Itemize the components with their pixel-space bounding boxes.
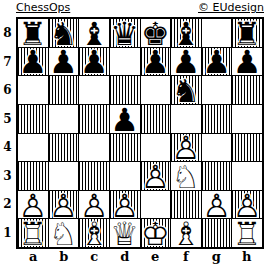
- white-queen: ♛♕: [110, 219, 140, 247]
- square-g8[interactable]: [202, 19, 232, 47]
- square-g5[interactable]: [202, 105, 232, 133]
- file-label-g: g: [201, 250, 232, 264]
- black-rook: ♜: [18, 19, 48, 47]
- white-pawn-fill: ♟: [232, 192, 262, 220]
- file-label-f: f: [171, 250, 202, 264]
- black-pawn: ♟: [79, 48, 109, 76]
- black-pawn-icon: ♟: [49, 49, 79, 77]
- square-a3[interactable]: [18, 162, 48, 190]
- rank-label-3: 3: [0, 162, 15, 191]
- square-g6[interactable]: [202, 76, 232, 104]
- square-f5[interactable]: [171, 105, 201, 133]
- square-f3[interactable]: ♞♘: [171, 162, 201, 190]
- square-h7[interactable]: ♟: [232, 48, 262, 76]
- file-label-b: b: [49, 250, 80, 264]
- white-rook-icon: ♖: [18, 220, 48, 248]
- white-pawn: ♟♙: [18, 191, 48, 219]
- white-rook-fill: ♜: [18, 220, 48, 248]
- rank-label-6: 6: [0, 76, 15, 105]
- square-f1[interactable]: ♝♗: [171, 219, 201, 247]
- square-e2[interactable]: [141, 191, 171, 219]
- white-bishop-icon: ♗: [171, 220, 201, 248]
- square-a5[interactable]: [18, 105, 48, 133]
- white-queen-icon: ♕: [110, 220, 140, 248]
- white-pawn: ♟♙: [202, 191, 232, 219]
- square-h2[interactable]: ♟♙: [232, 191, 262, 219]
- rank-label-7: 7: [0, 48, 15, 77]
- square-g4[interactable]: [202, 134, 232, 162]
- square-c1[interactable]: ♝♗: [79, 219, 109, 247]
- white-pawn: ♟♙: [232, 191, 262, 219]
- white-knight: ♞♘: [171, 162, 201, 190]
- square-a4[interactable]: [18, 134, 48, 162]
- square-f2[interactable]: [171, 191, 201, 219]
- square-h1[interactable]: ♜♖: [232, 219, 262, 247]
- square-b7[interactable]: ♟: [49, 48, 79, 76]
- white-bishop-fill: ♝: [171, 220, 201, 248]
- white-pawn-icon: ♙: [141, 163, 171, 191]
- square-b4[interactable]: [49, 134, 79, 162]
- black-bishop: ♝: [79, 19, 109, 47]
- white-pawn: ♟♙: [79, 191, 109, 219]
- black-queen-icon: ♛: [110, 20, 140, 48]
- square-a6[interactable]: [18, 76, 48, 104]
- white-bishop-icon: ♗: [79, 220, 109, 248]
- white-pawn: ♟♙: [141, 162, 171, 190]
- black-knight: ♞: [171, 76, 201, 104]
- square-a7[interactable]: ♟: [18, 48, 48, 76]
- rank-label-2: 2: [0, 190, 15, 219]
- black-knight-icon: ♞: [171, 77, 201, 105]
- square-f4[interactable]: ♟♙: [171, 134, 201, 162]
- chess-board: ♜♞♝♛♚♝♜♟♟♟♟♟♟♟♞♟♟♙♟♙♞♘♟♙♟♙♟♙♟♙♟♙♟♙♜♖♞♘♝♗…: [18, 19, 262, 247]
- black-pawn-icon: ♟: [141, 49, 171, 77]
- square-g3[interactable]: [202, 162, 232, 190]
- square-e6[interactable]: [141, 76, 171, 104]
- square-c7[interactable]: ♟: [79, 48, 109, 76]
- black-pawn: ♟: [232, 48, 262, 76]
- white-rook-icon: ♖: [232, 220, 262, 248]
- black-pawn-icon: ♟: [79, 49, 109, 77]
- black-bishop-icon: ♝: [171, 20, 201, 48]
- file-label-a: a: [18, 250, 49, 264]
- black-pawn: ♟: [141, 48, 171, 76]
- square-f8[interactable]: ♝: [171, 19, 201, 47]
- black-queen: ♛: [110, 19, 140, 47]
- white-rook: ♜♖: [18, 219, 48, 247]
- white-pawn-icon: ♙: [18, 192, 48, 220]
- white-knight: ♞♘: [49, 219, 79, 247]
- black-king-icon: ♚: [141, 20, 171, 48]
- square-d3[interactable]: [110, 162, 140, 190]
- square-g2[interactable]: ♟♙: [202, 191, 232, 219]
- white-knight-icon: ♘: [171, 163, 201, 191]
- white-knight-icon: ♘: [49, 220, 79, 248]
- square-d2[interactable]: ♟♙: [110, 191, 140, 219]
- white-king-fill: ♚: [141, 220, 171, 248]
- white-king-icon: ♔: [141, 220, 171, 248]
- white-pawn-icon: ♙: [79, 192, 109, 220]
- white-pawn-fill: ♟: [49, 192, 79, 220]
- rank-label-1: 1: [0, 219, 15, 248]
- white-pawn-fill: ♟: [141, 163, 171, 191]
- white-pawn: ♟♙: [110, 191, 140, 219]
- chess-board-frame: ♜♞♝♛♚♝♜♟♟♟♟♟♟♟♞♟♟♙♟♙♞♘♟♙♟♙♟♙♟♙♟♙♟♙♜♖♞♘♝♗…: [16, 17, 264, 249]
- file-labels: abcdefgh: [18, 250, 262, 264]
- square-b5[interactable]: [49, 105, 79, 133]
- square-b8[interactable]: ♞: [49, 19, 79, 47]
- rank-labels: 87654321: [0, 19, 15, 247]
- square-h5[interactable]: [232, 105, 262, 133]
- rank-label-8: 8: [0, 19, 15, 48]
- white-rook: ♜♖: [232, 219, 262, 247]
- white-pawn-fill: ♟: [202, 192, 232, 220]
- square-d8[interactable]: ♛: [110, 19, 140, 47]
- square-a1[interactable]: ♜♖: [18, 219, 48, 247]
- square-h8[interactable]: ♜: [232, 19, 262, 47]
- black-pawn-icon: ♟: [202, 49, 232, 77]
- rank-label-5: 5: [0, 105, 15, 134]
- file-label-h: h: [232, 250, 263, 264]
- black-rook: ♜: [232, 19, 262, 47]
- square-a2[interactable]: ♟♙: [18, 191, 48, 219]
- square-c6[interactable]: [79, 76, 109, 104]
- square-d4[interactable]: [110, 134, 140, 162]
- square-b6[interactable]: [49, 76, 79, 104]
- square-b2[interactable]: ♟♙: [49, 191, 79, 219]
- square-e8[interactable]: ♚: [141, 19, 171, 47]
- square-b1[interactable]: ♞♘: [49, 219, 79, 247]
- file-label-e: e: [140, 250, 171, 264]
- black-bishop-icon: ♝: [79, 20, 109, 48]
- black-pawn-icon: ♟: [110, 106, 140, 134]
- square-g1[interactable]: [202, 219, 232, 247]
- eudesign-credit-link[interactable]: © EUdesign: [198, 1, 264, 14]
- white-king: ♚♔: [141, 219, 171, 247]
- black-pawn: ♟: [171, 48, 201, 76]
- black-pawn-icon: ♟: [18, 49, 48, 77]
- square-e3[interactable]: ♟♙: [141, 162, 171, 190]
- square-d1[interactable]: ♛♕: [110, 219, 140, 247]
- black-pawn: ♟: [18, 48, 48, 76]
- black-knight: ♞: [49, 19, 79, 47]
- white-knight-fill: ♞: [171, 163, 201, 191]
- white-pawn-fill: ♟: [79, 192, 109, 220]
- square-h3[interactable]: [232, 162, 262, 190]
- white-pawn-icon: ♙: [202, 192, 232, 220]
- square-f7[interactable]: ♟: [171, 48, 201, 76]
- white-knight-fill: ♞: [49, 220, 79, 248]
- square-d6[interactable]: [110, 76, 140, 104]
- square-d5[interactable]: ♟: [110, 105, 140, 133]
- square-c8[interactable]: ♝: [79, 19, 109, 47]
- square-b3[interactable]: [49, 162, 79, 190]
- black-king: ♚: [141, 19, 171, 47]
- square-g7[interactable]: ♟: [202, 48, 232, 76]
- square-c3[interactable]: [79, 162, 109, 190]
- white-bishop: ♝♗: [79, 219, 109, 247]
- black-pawn-icon: ♟: [232, 49, 262, 77]
- white-bishop-fill: ♝: [79, 220, 109, 248]
- black-pawn-icon: ♟: [171, 49, 201, 77]
- white-pawn-icon: ♙: [171, 135, 201, 163]
- white-pawn: ♟♙: [171, 134, 201, 162]
- black-pawn: ♟: [202, 48, 232, 76]
- white-pawn-icon: ♙: [110, 192, 140, 220]
- file-label-c: c: [79, 250, 110, 264]
- white-queen-fill: ♛: [110, 220, 140, 248]
- black-pawn: ♟: [110, 105, 140, 133]
- white-pawn-fill: ♟: [171, 135, 201, 163]
- black-pawn: ♟: [49, 48, 79, 76]
- black-knight-icon: ♞: [49, 20, 79, 48]
- square-c4[interactable]: [79, 134, 109, 162]
- square-e7[interactable]: ♟: [141, 48, 171, 76]
- black-rook-icon: ♜: [232, 20, 262, 48]
- square-a8[interactable]: ♜: [18, 19, 48, 47]
- square-e4[interactable]: [141, 134, 171, 162]
- white-bishop: ♝♗: [171, 219, 201, 247]
- chessops-link[interactable]: ChessOps: [16, 1, 70, 14]
- square-e1[interactable]: ♚♔: [141, 219, 171, 247]
- square-h4[interactable]: [232, 134, 262, 162]
- white-rook-fill: ♜: [232, 220, 262, 248]
- rank-label-4: 4: [0, 133, 15, 162]
- white-pawn-fill: ♟: [18, 192, 48, 220]
- black-bishop: ♝: [171, 19, 201, 47]
- page-header: ChessOps © EUdesign: [16, 1, 264, 14]
- square-c2[interactable]: ♟♙: [79, 191, 109, 219]
- square-f6[interactable]: ♞: [171, 76, 201, 104]
- square-d7[interactable]: [110, 48, 140, 76]
- square-e5[interactable]: [141, 105, 171, 133]
- square-c5[interactable]: [79, 105, 109, 133]
- white-pawn-icon: ♙: [232, 192, 262, 220]
- square-h6[interactable]: [232, 76, 262, 104]
- white-pawn: ♟♙: [49, 191, 79, 219]
- file-label-d: d: [110, 250, 141, 264]
- black-rook-icon: ♜: [18, 20, 48, 48]
- white-pawn-fill: ♟: [110, 192, 140, 220]
- white-pawn-icon: ♙: [49, 192, 79, 220]
